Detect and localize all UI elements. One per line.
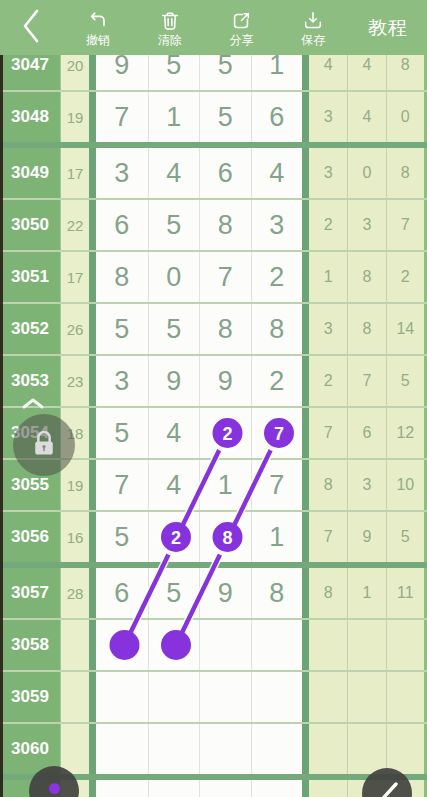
- period-cell: 3048: [0, 92, 60, 142]
- stat-cell: 3: [309, 304, 347, 354]
- period-cell: 3050: [0, 200, 60, 250]
- table-row: 3047 20 9 5 5 1 4 4 8: [0, 55, 427, 92]
- stat-cell: 7: [309, 408, 347, 458]
- download-icon: [302, 10, 324, 32]
- stat-cell: 6: [347, 408, 385, 458]
- sum-cell: 23: [60, 356, 89, 406]
- sum-cell: [60, 672, 89, 722]
- digit-cell[interactable]: 7: [199, 252, 251, 302]
- stat-cell: 4: [309, 55, 347, 90]
- clear-label: 清除: [158, 34, 182, 46]
- divider: [302, 148, 309, 198]
- stat-cell: 10: [386, 460, 424, 510]
- divider: [89, 568, 96, 618]
- digit-cell[interactable]: 6: [199, 148, 251, 198]
- period-cell: 3057: [0, 568, 60, 618]
- divider: [302, 460, 309, 510]
- digit-cell[interactable]: 1: [148, 92, 200, 142]
- divider: [89, 356, 96, 406]
- divider: [302, 512, 309, 562]
- divider: [89, 55, 96, 90]
- digit-cell[interactable]: 9: [96, 55, 148, 90]
- stat-cell: 2: [309, 356, 347, 406]
- stat-cell: [347, 620, 385, 670]
- undo-icon: [87, 10, 109, 32]
- digit-cell[interactable]: [96, 672, 148, 722]
- back-button[interactable]: [0, 0, 62, 55]
- table-row: 3052 26 5 5 8 8 3 8 14: [0, 304, 427, 356]
- divider: [89, 304, 96, 354]
- stat-cell: 2: [386, 252, 424, 302]
- divider: [302, 200, 309, 250]
- digit-cell[interactable]: [96, 620, 148, 670]
- stat-cell: [309, 620, 347, 670]
- period-cell: 3056: [0, 512, 60, 562]
- digit-cell[interactable]: [148, 672, 200, 722]
- digit-cell[interactable]: 8: [251, 304, 303, 354]
- sum-cell: 20: [60, 55, 89, 90]
- sum-cell: [60, 724, 89, 774]
- period-cell: 3049: [0, 148, 60, 198]
- sum-cell: [60, 620, 89, 670]
- digit-cell[interactable]: 5: [148, 55, 200, 90]
- table-row: 3050 22 6 5 8 3 2 3 7: [0, 200, 427, 252]
- stat-cell: 14: [386, 304, 424, 354]
- stat-cell: 11: [386, 568, 424, 618]
- stat-cell: 2: [309, 200, 347, 250]
- divider: [302, 724, 309, 774]
- stat-cell: 9: [347, 512, 385, 562]
- sum-cell: 28: [60, 568, 89, 618]
- tutorial-button[interactable]: 教程: [349, 0, 427, 55]
- digit-cell[interactable]: 1: [251, 512, 303, 562]
- divider: [89, 148, 96, 198]
- trash-icon: [159, 10, 181, 32]
- table-row: 3056 16 5 2 8 1 7 9 5: [0, 512, 427, 568]
- digit-cell[interactable]: 5: [96, 512, 148, 562]
- divider: [89, 672, 96, 722]
- divider: [302, 356, 309, 406]
- digit-cell[interactable]: 2: [148, 512, 200, 562]
- digit-cell[interactable]: [251, 620, 303, 670]
- share-label: 分享: [229, 34, 253, 46]
- divider: [302, 55, 309, 90]
- table-row: 3057 28 6 5 9 8 8 1 11: [0, 568, 427, 620]
- period-cell: 3053: [0, 356, 60, 406]
- stat-cell: [309, 780, 347, 797]
- stat-cell: [386, 672, 424, 722]
- stat-cell: 8: [386, 148, 424, 198]
- stat-cell: 7: [309, 512, 347, 562]
- divider: [302, 92, 309, 142]
- digit-cell[interactable]: [199, 672, 251, 722]
- stat-cell: 3: [309, 92, 347, 142]
- divider: [89, 460, 96, 510]
- lock-button[interactable]: [13, 414, 75, 476]
- digit-cell[interactable]: 6: [251, 92, 303, 142]
- undo-label: 撤销: [86, 34, 110, 46]
- undo-button[interactable]: 撤销: [62, 0, 134, 55]
- table-row: 3053 23 3 9 9 2 2 7 5: [0, 356, 427, 408]
- divider: [302, 780, 309, 797]
- divider: [302, 620, 309, 670]
- toolbar: 撤销 清除 分享 保存 教程: [0, 0, 427, 55]
- digit-cell[interactable]: [251, 724, 303, 774]
- digit-cell[interactable]: 7: [96, 460, 148, 510]
- divider: [302, 304, 309, 354]
- digit-cell[interactable]: [96, 780, 148, 797]
- digit-cell[interactable]: 8: [251, 568, 303, 618]
- stat-cell: 7: [347, 356, 385, 406]
- digit-cell[interactable]: 3: [96, 356, 148, 406]
- digit-cell[interactable]: 4: [251, 148, 303, 198]
- divider: [302, 252, 309, 302]
- divider: [89, 780, 96, 797]
- table-row: 3051 17 8 0 7 2 1 8 2: [0, 252, 427, 304]
- digit-cell[interactable]: [199, 780, 251, 797]
- digit-cell[interactable]: [96, 724, 148, 774]
- digit-cell[interactable]: [199, 724, 251, 774]
- digit-cell[interactable]: 7: [96, 92, 148, 142]
- digit-cell[interactable]: [148, 724, 200, 774]
- line-tool-icon: [365, 769, 409, 797]
- clear-button[interactable]: 清除: [134, 0, 206, 55]
- digit-cell[interactable]: 8: [96, 252, 148, 302]
- digit-cell[interactable]: 5: [148, 568, 200, 618]
- digit-cell[interactable]: 0: [148, 252, 200, 302]
- save-button[interactable]: 保存: [277, 0, 349, 55]
- stat-cell: 12: [386, 408, 424, 458]
- divider: [89, 252, 96, 302]
- digit-cell[interactable]: [199, 620, 251, 670]
- stat-cell: 8: [309, 568, 347, 618]
- stat-cell: 3: [309, 148, 347, 198]
- sum-cell: 26: [60, 304, 89, 354]
- digit-cell[interactable]: 2: [199, 408, 251, 458]
- digit-cell[interactable]: 5: [96, 304, 148, 354]
- digit-cell[interactable]: 9: [148, 356, 200, 406]
- stat-cell: 1: [309, 252, 347, 302]
- table-row: 3058: [0, 620, 427, 672]
- stat-cell: [309, 724, 347, 774]
- digit-cell[interactable]: 9: [199, 568, 251, 618]
- digit-cell[interactable]: 5: [148, 200, 200, 250]
- digit-cell[interactable]: 3: [96, 148, 148, 198]
- stat-cell: [386, 724, 424, 774]
- digit-cell[interactable]: 7: [251, 460, 303, 510]
- dot-tool-icon: [49, 783, 60, 794]
- stat-cell: 7: [386, 200, 424, 250]
- digit-cell[interactable]: 5: [148, 304, 200, 354]
- digit-cell[interactable]: [251, 780, 303, 797]
- divider: [89, 620, 96, 670]
- digit-cell[interactable]: [148, 780, 200, 797]
- period-cell: 3047: [0, 55, 60, 90]
- digit-cell[interactable]: 2: [251, 356, 303, 406]
- sum-cell: 19: [60, 92, 89, 142]
- digit-cell[interactable]: 4: [148, 460, 200, 510]
- divider: [89, 92, 96, 142]
- stat-cell: [309, 672, 347, 722]
- digit-cell[interactable]: 4: [148, 408, 200, 458]
- divider: [302, 672, 309, 722]
- digit-cell[interactable]: 6: [96, 200, 148, 250]
- share-button[interactable]: 分享: [206, 0, 278, 55]
- stat-cell: [347, 672, 385, 722]
- stat-cell: 8: [347, 252, 385, 302]
- stat-cell: 4: [347, 92, 385, 142]
- sum-cell: 16: [60, 512, 89, 562]
- stat-cell: 4: [347, 55, 385, 90]
- stat-cell: 8: [386, 55, 424, 90]
- digit-cell[interactable]: 8: [199, 512, 251, 562]
- sum-cell: 17: [60, 252, 89, 302]
- digit-cell[interactable]: 4: [148, 148, 200, 198]
- divider: [89, 512, 96, 562]
- line-draw-tool-button[interactable]: [362, 768, 412, 797]
- digit-cell[interactable]: 5: [199, 55, 251, 90]
- divider: [89, 408, 96, 458]
- stat-cell: 5: [386, 512, 424, 562]
- digit-cell[interactable]: 8: [199, 200, 251, 250]
- stat-cell: 5: [386, 356, 424, 406]
- stat-cell: 1: [347, 568, 385, 618]
- save-label: 保存: [301, 34, 325, 46]
- digit-cell[interactable]: [251, 672, 303, 722]
- table-row: 3059: [0, 672, 427, 724]
- share-icon: [230, 10, 252, 32]
- sum-cell: 22: [60, 200, 89, 250]
- period-cell: 3051: [0, 252, 60, 302]
- digit-cell[interactable]: 3: [251, 200, 303, 250]
- stat-cell: 3: [347, 460, 385, 510]
- stat-cell: [386, 620, 424, 670]
- digit-cell[interactable]: 1: [251, 55, 303, 90]
- stat-cell: 0: [386, 92, 424, 142]
- digit-cell[interactable]: [148, 620, 200, 670]
- digit-cell[interactable]: 1: [199, 460, 251, 510]
- divider: [89, 724, 96, 774]
- digit-cell[interactable]: 6: [96, 568, 148, 618]
- divider: [302, 568, 309, 618]
- period-cell: 3059: [0, 672, 60, 722]
- lock-icon: [27, 426, 61, 464]
- divider: [89, 200, 96, 250]
- stat-cell: 8: [309, 460, 347, 510]
- divider: [302, 408, 309, 458]
- table-row: 3049 17 3 4 6 4 3 0 8: [0, 148, 427, 200]
- stat-cell: [347, 724, 385, 774]
- digit-cell[interactable]: 5: [199, 92, 251, 142]
- stat-cell: 0: [347, 148, 385, 198]
- screen-left-edge: [0, 55, 3, 797]
- digit-cell[interactable]: 8: [199, 304, 251, 354]
- digit-cell[interactable]: 2: [251, 252, 303, 302]
- sum-cell: 17: [60, 148, 89, 198]
- digit-cell[interactable]: 7: [251, 408, 303, 458]
- chevron-left-icon: [18, 7, 44, 49]
- digit-cell[interactable]: 5: [96, 408, 148, 458]
- period-cell: 3052: [0, 304, 60, 354]
- stat-cell: 3: [347, 200, 385, 250]
- period-cell: 3058: [0, 620, 60, 670]
- digit-cell[interactable]: 9: [199, 356, 251, 406]
- stat-cell: 8: [347, 304, 385, 354]
- table-row: 3048 19 7 1 5 6 3 4 0: [0, 92, 427, 148]
